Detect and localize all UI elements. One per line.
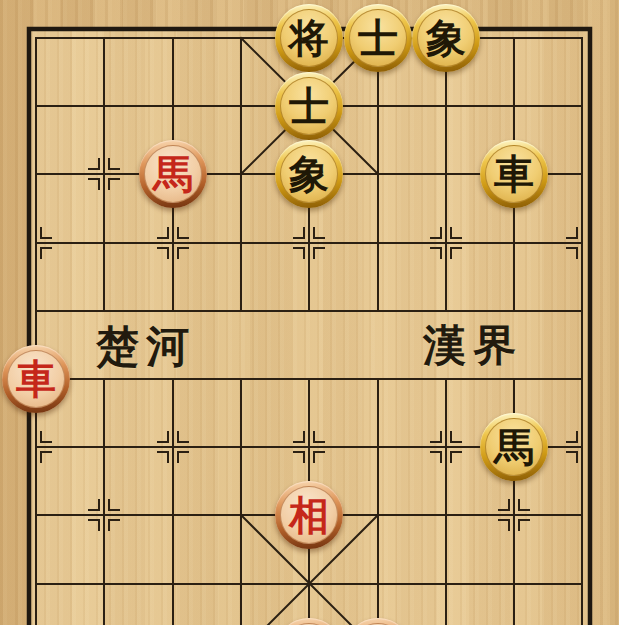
piece-red-horse-2-2[interactable]: 馬 [139, 140, 207, 208]
pieces-layer: 将士象士象車馬車馬相 [0, 0, 619, 625]
piece-glyph: 馬 [139, 140, 207, 208]
piece-glyph: 相 [275, 481, 343, 549]
piece-black-elephant-4-2[interactable]: 象 [275, 140, 343, 208]
piece-glyph: 士 [275, 72, 343, 140]
piece-glyph: 象 [275, 140, 343, 208]
piece-glyph: 車 [2, 345, 70, 413]
piece-glyph: 馬 [480, 413, 548, 481]
piece-glyph: 車 [480, 140, 548, 208]
piece-black-horse-7-6[interactable]: 馬 [480, 413, 548, 481]
piece-black-general-4-0[interactable]: 将 [275, 4, 343, 72]
xiangqi-board: 楚河 漢界 将士象士象車馬車馬相 [0, 0, 619, 625]
piece-black-chariot-7-2[interactable]: 車 [480, 140, 548, 208]
piece-red-piece-cutoff-5-9[interactable] [344, 618, 412, 625]
piece-glyph [275, 618, 343, 625]
piece-black-advisor-4-1[interactable]: 士 [275, 72, 343, 140]
piece-red-elephant-4-7[interactable]: 相 [275, 481, 343, 549]
piece-glyph: 士 [344, 4, 412, 72]
piece-black-elephant-6-0[interactable]: 象 [412, 4, 480, 72]
piece-glyph: 象 [412, 4, 480, 72]
piece-glyph: 将 [275, 4, 343, 72]
piece-black-advisor-5-0[interactable]: 士 [344, 4, 412, 72]
piece-red-chariot-0-5[interactable]: 車 [2, 345, 70, 413]
piece-red-piece-cutoff-4-9[interactable] [275, 618, 343, 625]
piece-glyph [344, 618, 412, 625]
